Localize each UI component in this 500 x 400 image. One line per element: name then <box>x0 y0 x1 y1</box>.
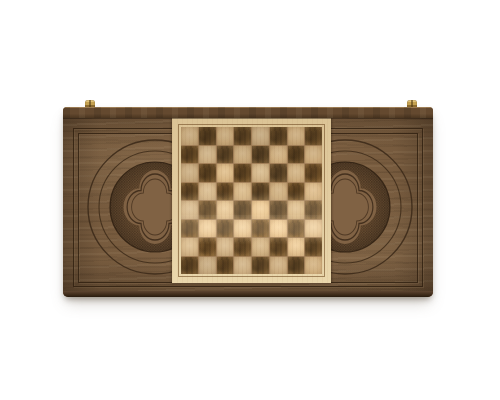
chess-square <box>234 238 251 256</box>
chess-square <box>217 201 234 219</box>
chess-square <box>217 257 234 275</box>
chess-square <box>305 183 322 201</box>
chess-square <box>288 146 305 164</box>
chessboard-panel <box>172 118 331 283</box>
chess-square <box>199 164 216 182</box>
chess-square <box>199 220 216 238</box>
chess-square <box>252 146 269 164</box>
chess-square <box>252 238 269 256</box>
chess-square <box>217 220 234 238</box>
chess-square <box>181 220 198 238</box>
chess-square <box>199 183 216 201</box>
chess-square <box>270 201 287 219</box>
chess-square <box>217 164 234 182</box>
chess-square <box>199 238 216 256</box>
chess-square <box>234 146 251 164</box>
chess-square <box>234 183 251 201</box>
chess-square <box>181 146 198 164</box>
chess-square <box>252 127 269 145</box>
chess-square <box>234 257 251 275</box>
chess-square <box>270 220 287 238</box>
chess-square <box>234 201 251 219</box>
chess-square <box>270 257 287 275</box>
chess-square <box>288 257 305 275</box>
chess-square <box>181 238 198 256</box>
chess-square <box>217 146 234 164</box>
chess-square <box>181 257 198 275</box>
chess-square <box>252 183 269 201</box>
chess-square <box>217 127 234 145</box>
chess-square <box>288 127 305 145</box>
chess-square <box>199 201 216 219</box>
chess-square <box>288 220 305 238</box>
chess-square <box>234 220 251 238</box>
chess-square <box>199 127 216 145</box>
chess-square <box>270 183 287 201</box>
chess-square <box>288 201 305 219</box>
chess-square <box>181 201 198 219</box>
product-photo-stage <box>0 0 500 400</box>
chess-square <box>199 257 216 275</box>
chess-square <box>305 146 322 164</box>
chess-square <box>199 146 216 164</box>
chess-square <box>234 164 251 182</box>
chess-square <box>288 164 305 182</box>
chess-square <box>181 127 198 145</box>
chess-square <box>234 127 251 145</box>
chess-square <box>305 238 322 256</box>
chess-square <box>305 127 322 145</box>
chessboard-frame-line <box>178 124 325 277</box>
chess-square <box>288 183 305 201</box>
chess-square <box>305 220 322 238</box>
chess-square <box>270 127 287 145</box>
chess-square <box>270 146 287 164</box>
carved-walnut-lid-face <box>63 118 433 291</box>
chess-square <box>288 238 305 256</box>
chess-square <box>305 201 322 219</box>
chess-square <box>305 257 322 275</box>
chess-square <box>305 164 322 182</box>
chess-square <box>252 257 269 275</box>
chess-square <box>181 183 198 201</box>
case-lid-seam-edge <box>63 107 433 118</box>
chess-square <box>252 201 269 219</box>
chess-square <box>252 220 269 238</box>
chess-square <box>270 164 287 182</box>
chessboard-grid <box>181 127 322 274</box>
chess-square <box>252 164 269 182</box>
backgammon-case-closed <box>63 107 433 297</box>
chess-square <box>270 238 287 256</box>
chess-square <box>217 238 234 256</box>
chess-square <box>217 183 234 201</box>
chess-square <box>181 164 198 182</box>
case-bottom-edge <box>63 291 433 297</box>
